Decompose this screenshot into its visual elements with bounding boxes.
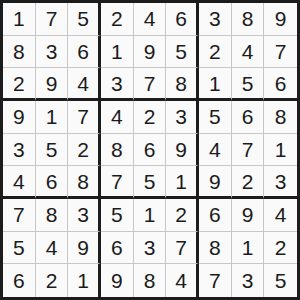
sudoku-cell-r8c7[interactable]: 8: [199, 232, 232, 265]
sudoku-cell-r9c7[interactable]: 7: [199, 264, 232, 297]
sudoku-cell-r3c5[interactable]: 7: [134, 68, 167, 101]
sudoku-cell-r7c4[interactable]: 5: [101, 199, 134, 232]
sudoku-cell-r5c1[interactable]: 3: [3, 134, 36, 167]
sudoku-cell-r7c9[interactable]: 4: [264, 199, 297, 232]
sudoku-page: 1752463898361952472943781569174235683528…: [0, 0, 300, 300]
sudoku-cell-r1c7[interactable]: 3: [199, 3, 232, 36]
sudoku-cell-r2c5[interactable]: 9: [134, 36, 167, 69]
sudoku-cell-r5c2[interactable]: 5: [36, 134, 69, 167]
sudoku-cell-r7c2[interactable]: 8: [36, 199, 69, 232]
sudoku-cell-r2c3[interactable]: 6: [68, 36, 101, 69]
sudoku-cell-r6c8[interactable]: 2: [232, 166, 265, 199]
sudoku-cell-r1c6[interactable]: 6: [166, 3, 199, 36]
sudoku-cell-r9c9[interactable]: 5: [264, 264, 297, 297]
sudoku-cell-r6c3[interactable]: 8: [68, 166, 101, 199]
sudoku-cell-r8c3[interactable]: 9: [68, 232, 101, 265]
sudoku-cell-r9c6[interactable]: 4: [166, 264, 199, 297]
sudoku-cell-r9c3[interactable]: 1: [68, 264, 101, 297]
sudoku-cell-r8c2[interactable]: 4: [36, 232, 69, 265]
sudoku-cell-r1c4[interactable]: 2: [101, 3, 134, 36]
sudoku-cell-r7c3[interactable]: 3: [68, 199, 101, 232]
sudoku-cell-r4c9[interactable]: 8: [264, 101, 297, 134]
sudoku-cell-r3c2[interactable]: 9: [36, 68, 69, 101]
sudoku-cell-r1c2[interactable]: 7: [36, 3, 69, 36]
sudoku-cell-r7c7[interactable]: 6: [199, 199, 232, 232]
sudoku-cell-r8c1[interactable]: 5: [3, 232, 36, 265]
sudoku-cell-r8c5[interactable]: 3: [134, 232, 167, 265]
sudoku-cell-r9c8[interactable]: 3: [232, 264, 265, 297]
sudoku-cell-r4c2[interactable]: 1: [36, 101, 69, 134]
sudoku-cell-r8c6[interactable]: 7: [166, 232, 199, 265]
sudoku-cell-r5c6[interactable]: 9: [166, 134, 199, 167]
sudoku-cell-r5c7[interactable]: 4: [199, 134, 232, 167]
sudoku-cell-r5c8[interactable]: 7: [232, 134, 265, 167]
sudoku-cell-r6c5[interactable]: 5: [134, 166, 167, 199]
sudoku-cell-r5c3[interactable]: 2: [68, 134, 101, 167]
sudoku-cell-r3c4[interactable]: 3: [101, 68, 134, 101]
sudoku-cell-r4c5[interactable]: 2: [134, 101, 167, 134]
sudoku-cell-r3c9[interactable]: 6: [264, 68, 297, 101]
sudoku-cell-r4c4[interactable]: 4: [101, 101, 134, 134]
sudoku-cell-r3c1[interactable]: 2: [3, 68, 36, 101]
sudoku-cell-r1c5[interactable]: 4: [134, 3, 167, 36]
sudoku-cell-r6c7[interactable]: 9: [199, 166, 232, 199]
sudoku-cell-r6c6[interactable]: 1: [166, 166, 199, 199]
sudoku-cell-r5c4[interactable]: 8: [101, 134, 134, 167]
sudoku-cell-r4c6[interactable]: 3: [166, 101, 199, 134]
sudoku-cell-r5c5[interactable]: 6: [134, 134, 167, 167]
sudoku-cell-r2c6[interactable]: 5: [166, 36, 199, 69]
sudoku-cell-r2c4[interactable]: 1: [101, 36, 134, 69]
sudoku-board: 1752463898361952472943781569174235683528…: [0, 0, 300, 300]
sudoku-cell-r7c8[interactable]: 9: [232, 199, 265, 232]
sudoku-cell-r3c7[interactable]: 1: [199, 68, 232, 101]
sudoku-cell-r8c4[interactable]: 6: [101, 232, 134, 265]
sudoku-cell-r9c1[interactable]: 6: [3, 264, 36, 297]
sudoku-cell-r6c2[interactable]: 6: [36, 166, 69, 199]
sudoku-cell-r4c7[interactable]: 5: [199, 101, 232, 134]
sudoku-cell-r7c6[interactable]: 2: [166, 199, 199, 232]
sudoku-cell-r2c2[interactable]: 3: [36, 36, 69, 69]
sudoku-cell-r4c8[interactable]: 6: [232, 101, 265, 134]
sudoku-cell-r2c1[interactable]: 8: [3, 36, 36, 69]
sudoku-cell-r3c3[interactable]: 4: [68, 68, 101, 101]
sudoku-cell-r6c4[interactable]: 7: [101, 166, 134, 199]
sudoku-cell-r9c5[interactable]: 8: [134, 264, 167, 297]
sudoku-cell-r3c6[interactable]: 8: [166, 68, 199, 101]
sudoku-cell-r7c5[interactable]: 1: [134, 199, 167, 232]
sudoku-cell-r1c1[interactable]: 1: [3, 3, 36, 36]
sudoku-cell-r2c7[interactable]: 2: [199, 36, 232, 69]
sudoku-cell-r1c9[interactable]: 9: [264, 3, 297, 36]
sudoku-cell-r9c4[interactable]: 9: [101, 264, 134, 297]
sudoku-cell-r2c9[interactable]: 7: [264, 36, 297, 69]
sudoku-cell-r7c1[interactable]: 7: [3, 199, 36, 232]
sudoku-cell-r4c1[interactable]: 9: [3, 101, 36, 134]
sudoku-cell-r1c8[interactable]: 8: [232, 3, 265, 36]
sudoku-cell-r5c9[interactable]: 1: [264, 134, 297, 167]
sudoku-cell-r2c8[interactable]: 4: [232, 36, 265, 69]
sudoku-cell-r6c1[interactable]: 4: [3, 166, 36, 199]
sudoku-cell-r1c3[interactable]: 5: [68, 3, 101, 36]
sudoku-cell-r3c8[interactable]: 5: [232, 68, 265, 101]
sudoku-cell-r8c9[interactable]: 2: [264, 232, 297, 265]
sudoku-cell-r6c9[interactable]: 3: [264, 166, 297, 199]
sudoku-cell-r8c8[interactable]: 1: [232, 232, 265, 265]
sudoku-cell-r9c2[interactable]: 2: [36, 264, 69, 297]
sudoku-cell-r4c3[interactable]: 7: [68, 101, 101, 134]
